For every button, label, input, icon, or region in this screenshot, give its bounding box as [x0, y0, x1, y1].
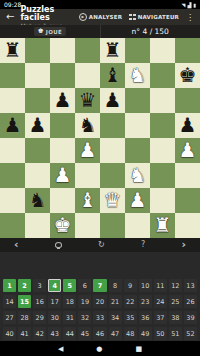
- black-king: ♚: [179, 63, 197, 88]
- square-g7[interactable]: [150, 63, 175, 88]
- square-a7[interactable]: [0, 63, 25, 88]
- square-c8[interactable]: [50, 38, 75, 63]
- puzzle-number-cell[interactable]: 12: [169, 279, 182, 292]
- status-icons: ◥▟▮: [182, 2, 196, 8]
- black-pawn: ♟: [4, 113, 22, 138]
- puzzle-number-cell[interactable]: 49: [139, 327, 152, 340]
- square-c7[interactable]: [50, 63, 75, 88]
- square-f3[interactable]: ♞: [125, 163, 150, 188]
- square-d6[interactable]: ♛: [75, 88, 100, 113]
- puzzle-number-cell[interactable]: 13: [184, 279, 197, 292]
- square-g2[interactable]: [150, 188, 175, 213]
- square-d7[interactable]: [75, 63, 100, 88]
- square-b1[interactable]: [25, 213, 50, 238]
- kebab-menu-icon[interactable]: ⋮: [186, 13, 194, 22]
- puzzle-number-cell[interactable]: 42: [33, 327, 46, 340]
- puzzle-number-cell[interactable]: 9: [124, 279, 137, 292]
- puzzle-number-cell[interactable]: 15: [18, 295, 31, 308]
- square-h1[interactable]: [175, 213, 200, 238]
- navigator-button[interactable]: NAVIGATEUR: [129, 14, 179, 21]
- puzzle-number-cell[interactable]: 20: [93, 295, 106, 308]
- puzzle-number-cell[interactable]: 7: [93, 279, 106, 292]
- square-g1[interactable]: ♜: [150, 213, 175, 238]
- prev-icon[interactable]: ‹: [14, 238, 19, 252]
- square-d8[interactable]: [75, 38, 100, 63]
- analyze-button[interactable]: ▶ ANALYSER: [79, 13, 122, 21]
- turn-indicator: ♚ JOUÉ: [34, 27, 66, 36]
- puzzle-number-cell[interactable]: 33: [93, 311, 106, 324]
- home-icon[interactable]: ●: [96, 345, 102, 353]
- square-h5[interactable]: ♟: [175, 113, 200, 138]
- square-f8[interactable]: [125, 38, 150, 63]
- square-c1[interactable]: ♚: [50, 213, 75, 238]
- square-h2[interactable]: [175, 188, 200, 213]
- square-f4[interactable]: [125, 138, 150, 163]
- square-e1[interactable]: [100, 213, 125, 238]
- puzzle-number-cell[interactable]: 27: [3, 311, 16, 324]
- puzzle-number-cell[interactable]: 34: [109, 311, 122, 324]
- square-c2[interactable]: [50, 188, 75, 213]
- square-e4[interactable]: [100, 138, 125, 163]
- puzzle-number-cell[interactable]: 29: [33, 311, 46, 324]
- white-rook: ♜: [154, 213, 172, 238]
- puzzle-number-cell[interactable]: 36: [139, 311, 152, 324]
- puzzle-number-grid: 1234567891011121314151617181920212223242…: [3, 279, 197, 340]
- square-e8[interactable]: ♜: [100, 38, 125, 63]
- puzzle-number-cell[interactable]: 8: [109, 279, 122, 292]
- puzzle-number-cell[interactable]: 43: [48, 327, 61, 340]
- square-h3[interactable]: [175, 163, 200, 188]
- puzzle-number-cell[interactable]: 26: [184, 295, 197, 308]
- puzzle-number-cell[interactable]: 14: [3, 295, 16, 308]
- puzzle-number-cell[interactable]: 32: [78, 311, 91, 324]
- square-b7[interactable]: [25, 63, 50, 88]
- square-h7[interactable]: ♚: [175, 63, 200, 88]
- square-g5[interactable]: [150, 113, 175, 138]
- solution-icon[interactable]: ?: [141, 238, 145, 252]
- square-f7[interactable]: ♞: [125, 63, 150, 88]
- square-c6[interactable]: ♟: [50, 88, 75, 113]
- puzzle-number-cell[interactable]: 19: [78, 295, 91, 308]
- square-c3[interactable]: ♟: [50, 163, 75, 188]
- puzzle-number-cell[interactable]: 37: [154, 311, 167, 324]
- puzzle-number-cell[interactable]: 46: [93, 327, 106, 340]
- puzzle-info-bar: ♚ JOUÉ n° 4 / 150: [0, 25, 200, 38]
- puzzle-number-cell[interactable]: 2: [18, 279, 31, 292]
- white-knight: ♞: [129, 63, 147, 88]
- black-knight: ♞: [29, 188, 47, 213]
- black-rook: ♜: [4, 38, 22, 63]
- puzzle-number-cell[interactable]: 48: [124, 327, 137, 340]
- square-a1[interactable]: [0, 213, 25, 238]
- puzzle-number-cell[interactable]: 6: [78, 279, 91, 292]
- puzzle-number-cell[interactable]: 4: [48, 279, 61, 292]
- square-e2[interactable]: ♛: [100, 188, 125, 213]
- puzzle-number-cell[interactable]: 24: [154, 295, 167, 308]
- square-b3[interactable]: [25, 163, 50, 188]
- puzzle-number-cell[interactable]: 3: [33, 279, 46, 292]
- battery-icon: ▮: [193, 2, 196, 8]
- square-a6[interactable]: [0, 88, 25, 113]
- back-icon[interactable]: ◀: [58, 345, 63, 353]
- puzzle-number-cell[interactable]: 28: [18, 311, 31, 324]
- square-e7[interactable]: ♝: [100, 63, 125, 88]
- puzzle-number-cell[interactable]: 11: [154, 279, 167, 292]
- clock: 09:28: [4, 1, 21, 8]
- app-header: ← Puzzles faciles Mat en 1 coup ▶ ANALYS…: [0, 9, 200, 25]
- white-king: ♚: [54, 213, 72, 238]
- puzzle-list-panel: 1234567891011121314151617181920212223242…: [0, 252, 200, 341]
- recents-icon[interactable]: ■: [135, 345, 142, 353]
- white-pawn: ♟: [129, 188, 147, 213]
- square-g4[interactable]: [150, 138, 175, 163]
- black-queen: ♛: [79, 88, 97, 113]
- black-pawn: ♟: [179, 113, 197, 138]
- wifi-icon: ◥: [182, 2, 186, 8]
- square-a3[interactable]: [0, 163, 25, 188]
- square-g3[interactable]: [150, 163, 175, 188]
- black-rook: ♜: [104, 38, 122, 63]
- puzzle-number-cell[interactable]: 22: [124, 295, 137, 308]
- puzzle-number-cell[interactable]: 45: [78, 327, 91, 340]
- puzzle-number-cell[interactable]: 52: [184, 327, 197, 340]
- app-screen: 09:28 ◥▟▮ ← Puzzles faciles Mat en 1 cou…: [0, 0, 200, 356]
- puzzle-number-cell[interactable]: 50: [154, 327, 167, 340]
- square-e3[interactable]: [100, 163, 125, 188]
- square-a5[interactable]: ♟: [0, 113, 25, 138]
- square-f6[interactable]: [125, 88, 150, 113]
- puzzle-number-cell[interactable]: 47: [109, 327, 122, 340]
- square-h4[interactable]: ♟: [175, 138, 200, 163]
- chess-board: ♜♜♝♞♚♟♛♟♟♟♞♟♟♟♟♞♞♝♛♟♚♜: [0, 38, 200, 238]
- black-pawn: ♟: [54, 88, 72, 113]
- white-pawn: ♟: [54, 163, 72, 188]
- puzzle-counter: n° 4 / 150: [132, 27, 169, 36]
- puzzle-number-cell[interactable]: 5: [63, 279, 76, 292]
- square-h8[interactable]: [175, 38, 200, 63]
- square-g8[interactable]: [150, 38, 175, 63]
- grid-icon: [129, 14, 132, 17]
- square-a2[interactable]: [0, 188, 25, 213]
- square-c5[interactable]: [50, 113, 75, 138]
- puzzle-number-cell[interactable]: 17: [48, 295, 61, 308]
- square-f2[interactable]: ♟: [125, 188, 150, 213]
- restart-icon[interactable]: ↻: [98, 238, 105, 252]
- white-knight: ♞: [129, 163, 147, 188]
- puzzle-number-cell[interactable]: 41: [18, 327, 31, 340]
- puzzle-controls: ‹↻?›: [0, 238, 200, 252]
- square-d1[interactable]: [75, 213, 100, 238]
- puzzle-number-cell[interactable]: 39: [184, 311, 197, 324]
- square-b5[interactable]: ♟: [25, 113, 50, 138]
- black-pawn: ♟: [29, 113, 47, 138]
- square-d3[interactable]: [75, 163, 100, 188]
- page-title: Puzzles faciles: [20, 6, 72, 22]
- puzzle-number-cell[interactable]: 21: [109, 295, 122, 308]
- black-knight: ♞: [79, 113, 97, 138]
- square-b4[interactable]: [25, 138, 50, 163]
- turn-label: JOUÉ: [46, 29, 62, 35]
- puzzle-number-cell[interactable]: 25: [169, 295, 182, 308]
- puzzle-number-cell[interactable]: 1: [3, 279, 16, 292]
- square-f1[interactable]: [125, 213, 150, 238]
- square-f5[interactable]: [125, 113, 150, 138]
- square-d4[interactable]: ♟: [75, 138, 100, 163]
- puzzle-number-cell[interactable]: 10: [139, 279, 152, 292]
- square-d5[interactable]: ♞: [75, 113, 100, 138]
- puzzle-number-cell[interactable]: 30: [48, 311, 61, 324]
- square-c4[interactable]: [50, 138, 75, 163]
- white-bishop: ♝: [79, 188, 97, 213]
- square-a8[interactable]: ♜: [0, 38, 25, 63]
- square-e5[interactable]: [100, 113, 125, 138]
- puzzle-number-cell[interactable]: 31: [63, 311, 76, 324]
- black-bishop: ♝: [104, 63, 122, 88]
- square-a4[interactable]: [0, 138, 25, 163]
- play-circle-icon: ▶: [79, 13, 87, 21]
- white-king-icon: ♚: [38, 28, 44, 35]
- puzzle-number-cell[interactable]: 16: [33, 295, 46, 308]
- hint-icon[interactable]: [55, 242, 62, 248]
- puzzle-number-cell[interactable]: 18: [63, 295, 76, 308]
- puzzle-number-cell[interactable]: 38: [169, 311, 182, 324]
- puzzle-number-cell[interactable]: 35: [124, 311, 137, 324]
- square-d2[interactable]: ♝: [75, 188, 100, 213]
- square-b8[interactable]: [25, 38, 50, 63]
- square-h6[interactable]: [175, 88, 200, 113]
- signal-icon: ▟: [187, 2, 191, 8]
- android-nav-bar: ◀●■: [0, 341, 200, 356]
- next-icon[interactable]: ›: [181, 238, 186, 252]
- white-pawn: ♟: [179, 138, 197, 163]
- back-arrow-icon[interactable]: ←: [6, 12, 14, 22]
- square-g6[interactable]: [150, 88, 175, 113]
- white-queen: ♛: [104, 188, 122, 213]
- puzzle-number-cell[interactable]: 23: [139, 295, 152, 308]
- puzzle-number-cell[interactable]: 40: [3, 327, 16, 340]
- puzzle-number-cell[interactable]: 44: [63, 327, 76, 340]
- square-e6[interactable]: ♟: [100, 88, 125, 113]
- square-b6[interactable]: [25, 88, 50, 113]
- square-b2[interactable]: ♞: [25, 188, 50, 213]
- black-pawn: ♟: [104, 88, 122, 113]
- white-pawn: ♟: [79, 138, 97, 163]
- puzzle-number-cell[interactable]: 51: [169, 327, 182, 340]
